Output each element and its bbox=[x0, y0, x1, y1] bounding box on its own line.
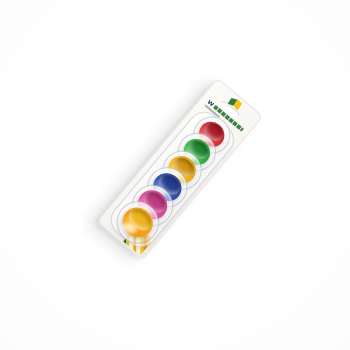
orange-magnet bbox=[117, 201, 159, 243]
blister-tray bbox=[104, 105, 240, 254]
magnet-blister-package: W bbox=[97, 78, 264, 261]
photo-canvas: W bbox=[0, 0, 350, 350]
